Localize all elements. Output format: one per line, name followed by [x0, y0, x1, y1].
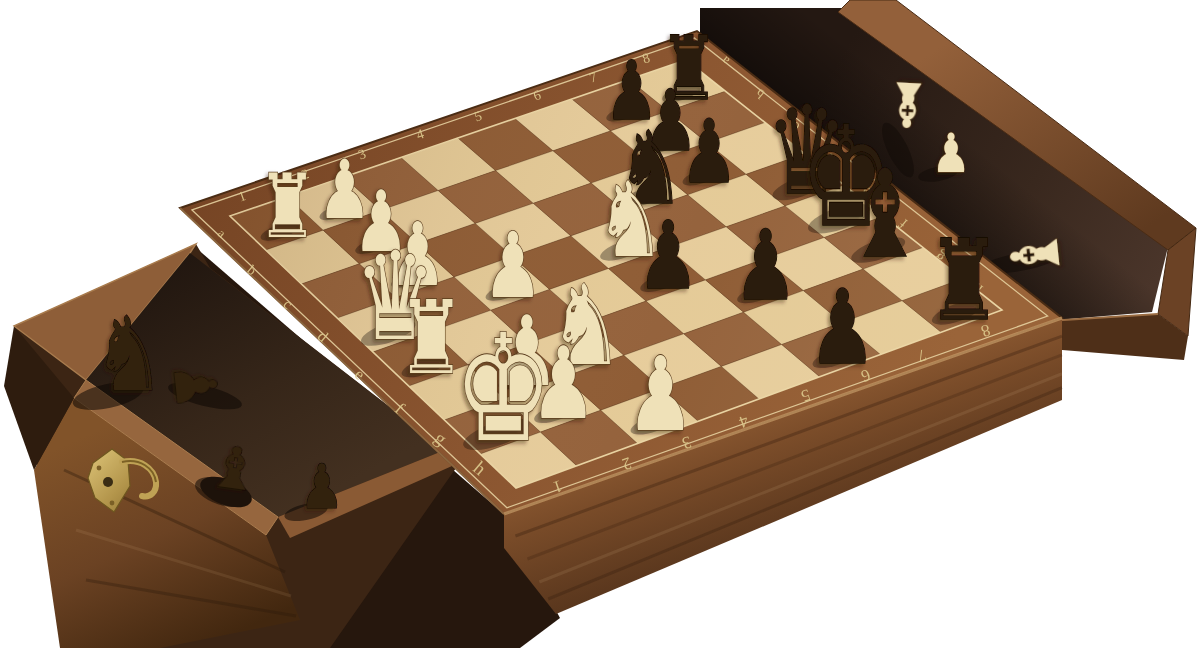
tray-piece-black-bishop-leaning: ♝ — [204, 432, 266, 506]
piece-black-rook-h8: ♜ — [927, 215, 1001, 344]
clasp-screw — [110, 501, 115, 506]
piece-black-pawn-e5: ♟ — [637, 201, 699, 310]
piece-white-pawn-h3: ♟ — [626, 334, 694, 453]
tray-piece-black-pawn-standing: ♟ — [300, 451, 344, 523]
tray-piece-black-knight-standing: ♞ — [93, 295, 165, 414]
piece-white-rook-a1: ♜ — [258, 156, 317, 258]
tray-piece-white-pawn-standing: ♟ — [931, 121, 970, 185]
piece-black-pawn-c7: ♟ — [680, 100, 738, 202]
tray-piece-black-pawn-lying: ♟ — [160, 360, 231, 413]
chess-scene-svg: ♝♟♝♞♟♝♟1234567812345678abcdefghabcdefgh♜… — [0, 0, 1200, 648]
piece-black-pawn-f6: ♟ — [734, 209, 798, 321]
piece-white-king-g1: ♚ — [454, 303, 553, 476]
piece-black-pawn-h6: ♟ — [808, 268, 876, 387]
chess-box-photo: ♝♟♝♞♟♝♟1234567812345678abcdefghabcdefgh♜… — [0, 0, 1200, 648]
piece-black-bishop-f8: ♝ — [845, 144, 925, 285]
clasp-screw — [97, 466, 102, 471]
clasp-hole — [103, 477, 113, 487]
